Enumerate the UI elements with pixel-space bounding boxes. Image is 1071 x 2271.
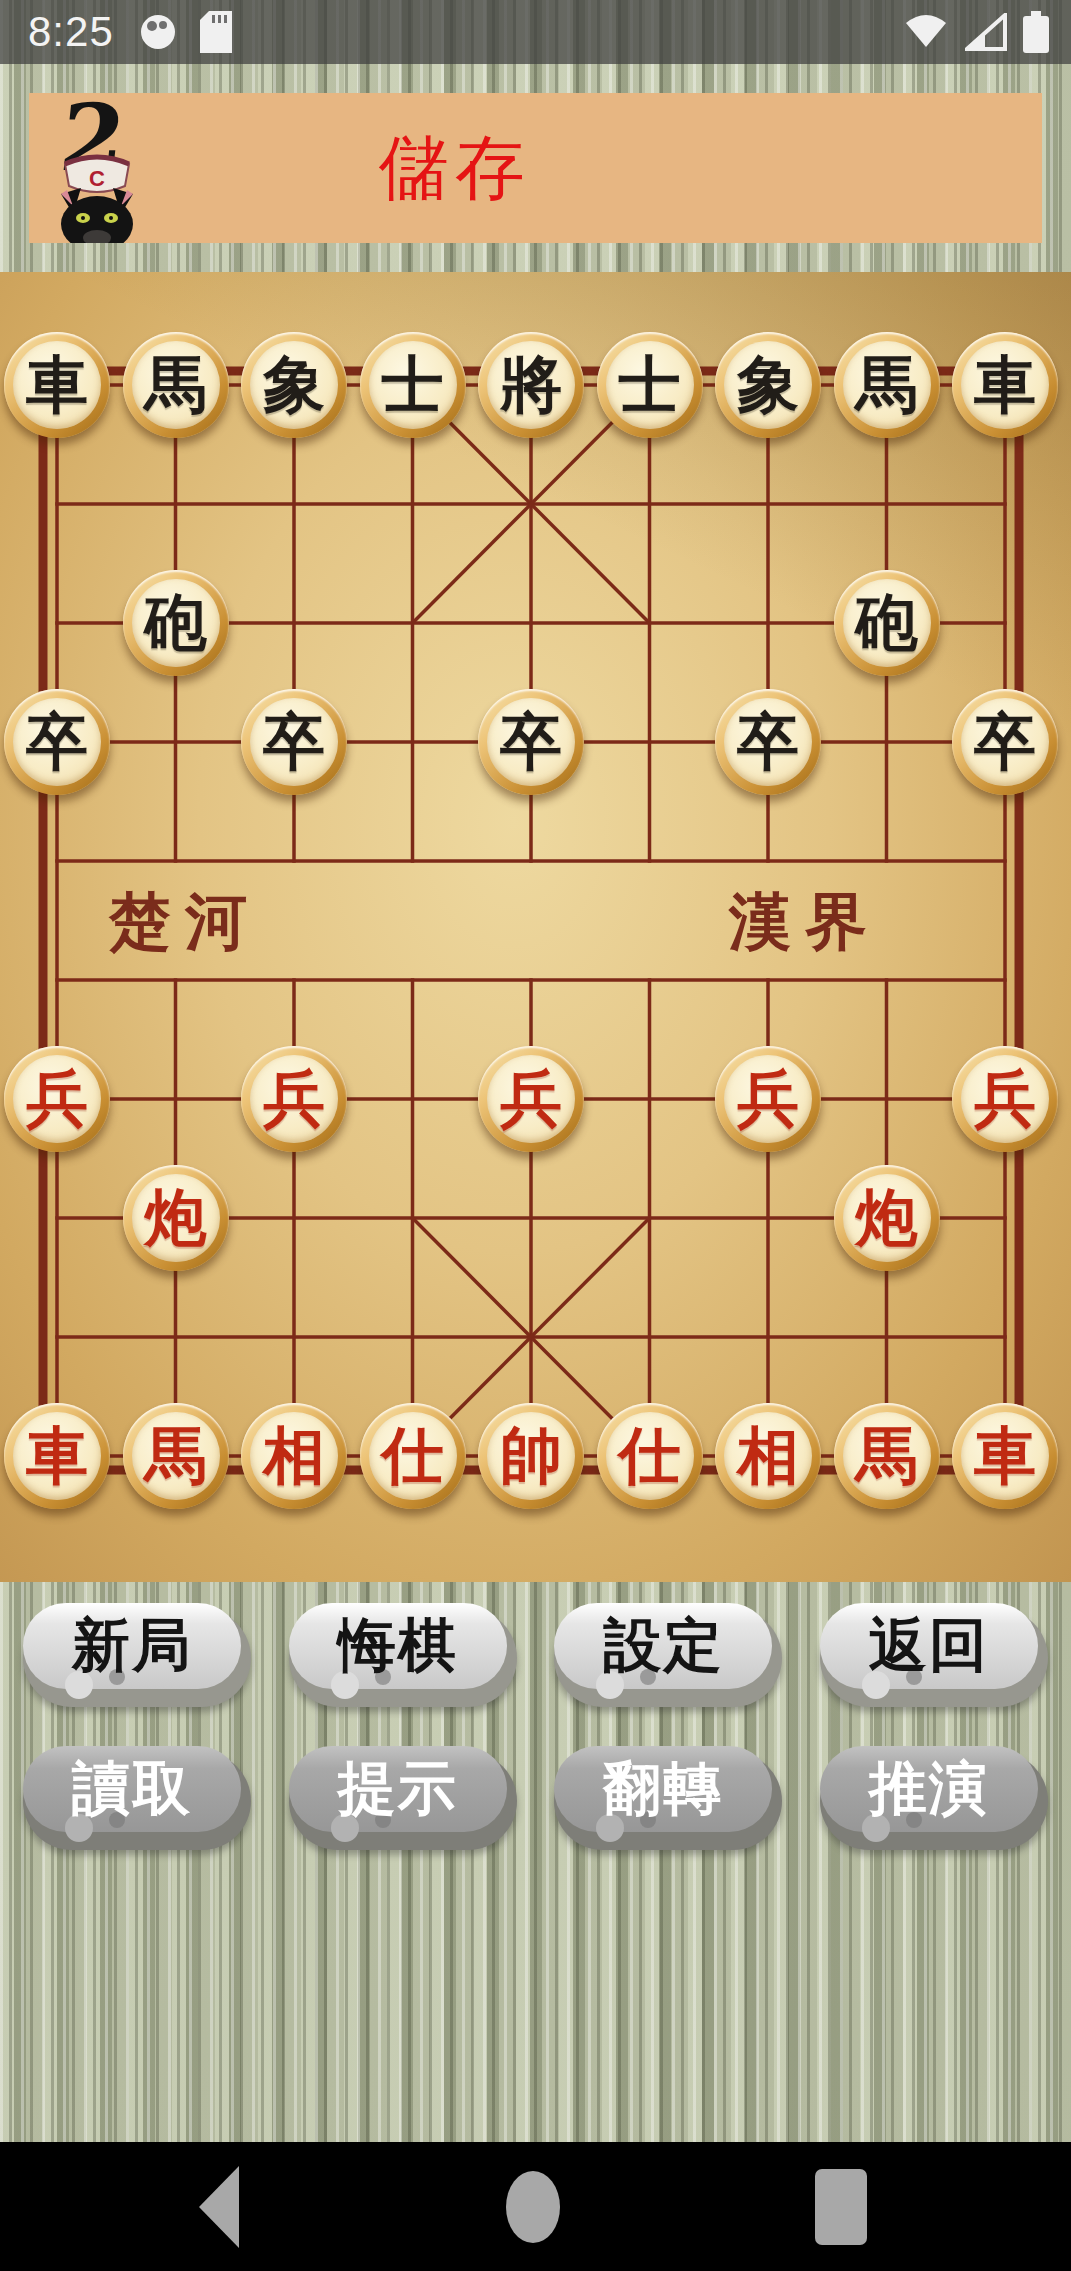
piece-glyph: 車 (974, 1425, 1036, 1487)
piece-red-soldier[interactable]: 兵 (478, 1046, 584, 1152)
piece-black-advisor[interactable]: 士 (360, 332, 466, 438)
piece-black-horse[interactable]: 馬 (123, 332, 229, 438)
piece-glyph: 象 (737, 354, 799, 416)
piece-red-horse[interactable]: 馬 (123, 1403, 229, 1509)
piece-red-advisor[interactable]: 仕 (597, 1403, 703, 1509)
piece-glyph: 卒 (500, 711, 562, 773)
battery-icon (1023, 11, 1049, 53)
piece-glyph: 卒 (974, 711, 1036, 773)
banner: 2 C 儲存 (29, 93, 1042, 243)
piece-red-chariot[interactable]: 車 (4, 1403, 110, 1509)
piece-glyph: 仕 (382, 1425, 444, 1487)
return-button[interactable]: 返回 (820, 1603, 1048, 1699)
piece-glyph: 馬 (145, 354, 207, 416)
piece-black-general[interactable]: 將 (478, 332, 584, 438)
cat-logo-icon: 2 C (47, 98, 147, 243)
home-icon (503, 2169, 563, 2245)
hint-label: 提示 (289, 1754, 507, 1824)
piece-glyph: 炮 (145, 1187, 207, 1249)
banner-title: 儲存 (379, 131, 699, 205)
piece-glyph: 仕 (619, 1425, 681, 1487)
piece-glyph: 象 (263, 354, 325, 416)
piece-red-cannon[interactable]: 炮 (834, 1165, 940, 1271)
piece-glyph: 兵 (500, 1068, 562, 1130)
piece-glyph: 砲 (856, 592, 918, 654)
load-game-button[interactable]: 讀取 (23, 1746, 251, 1842)
undo-move-button[interactable]: 悔棋 (289, 1603, 517, 1699)
piece-glyph: 車 (26, 354, 88, 416)
piece-glyph: 兵 (974, 1068, 1036, 1130)
piece-glyph: 馬 (856, 354, 918, 416)
piece-red-elephant[interactable]: 相 (241, 1403, 347, 1509)
load-game-label: 讀取 (23, 1754, 241, 1824)
piece-red-soldier[interactable]: 兵 (4, 1046, 110, 1152)
settings-button[interactable]: 設定 (554, 1603, 782, 1699)
piece-glyph: 卒 (26, 711, 88, 773)
piece-black-soldier[interactable]: 卒 (715, 689, 821, 795)
back-icon (197, 2164, 241, 2250)
river-label-left: 楚河 (85, 874, 285, 970)
piece-glyph: 將 (500, 354, 562, 416)
river-label-right: 漢界 (705, 874, 905, 970)
piece-glyph: 相 (263, 1425, 325, 1487)
piece-black-chariot[interactable]: 車 (952, 332, 1058, 438)
piece-black-cannon[interactable]: 砲 (834, 570, 940, 676)
android-nav-bar (0, 2142, 1071, 2271)
clock: 8:25 (28, 8, 114, 56)
status-bar: 8:25 (0, 0, 1071, 64)
xiangqi-board[interactable]: 楚河 漢界 車馬象士將士象馬車砲砲卒卒卒卒卒兵兵兵兵兵炮炮車馬相仕帥仕相馬車 (0, 272, 1071, 1582)
piece-glyph: 相 (737, 1425, 799, 1487)
wifi-icon (903, 13, 949, 51)
piece-red-soldier[interactable]: 兵 (241, 1046, 347, 1152)
piece-glyph: 車 (974, 354, 1036, 416)
piece-glyph: 炮 (856, 1187, 918, 1249)
analyze-button[interactable]: 推演 (820, 1746, 1048, 1842)
piece-red-chariot[interactable]: 車 (952, 1403, 1058, 1509)
return-label: 返回 (820, 1611, 1038, 1681)
svg-text:C: C (89, 166, 105, 191)
piece-glyph: 兵 (26, 1068, 88, 1130)
settings-label: 設定 (554, 1611, 772, 1681)
piece-red-soldier[interactable]: 兵 (952, 1046, 1058, 1152)
piece-glyph: 兵 (263, 1068, 325, 1130)
sd-card-icon (200, 11, 232, 53)
piece-glyph: 馬 (145, 1425, 207, 1487)
hint-button[interactable]: 提示 (289, 1746, 517, 1842)
piece-glyph: 卒 (263, 711, 325, 773)
flip-board-label: 翻轉 (554, 1754, 772, 1824)
piece-glyph: 馬 (856, 1425, 918, 1487)
notification-circle-icon (138, 12, 178, 52)
piece-black-soldier[interactable]: 卒 (4, 689, 110, 795)
piece-red-advisor[interactable]: 仕 (360, 1403, 466, 1509)
nav-home-button[interactable] (473, 2142, 593, 2271)
piece-glyph: 士 (619, 354, 681, 416)
piece-glyph: 砲 (145, 592, 207, 654)
piece-black-elephant[interactable]: 象 (715, 332, 821, 438)
piece-glyph: 帥 (500, 1425, 562, 1487)
piece-red-cannon[interactable]: 炮 (123, 1165, 229, 1271)
analyze-label: 推演 (820, 1754, 1038, 1824)
cell-signal-icon (965, 13, 1007, 51)
piece-black-horse[interactable]: 馬 (834, 332, 940, 438)
undo-move-label: 悔棋 (289, 1611, 507, 1681)
piece-black-soldier[interactable]: 卒 (478, 689, 584, 795)
nav-recents-button[interactable] (781, 2142, 901, 2271)
flip-board-button[interactable]: 翻轉 (554, 1746, 782, 1842)
control-panel: 新局 悔棋 設定 返回 讀取 提示 (23, 1603, 1048, 1889)
piece-glyph: 兵 (737, 1068, 799, 1130)
piece-red-elephant[interactable]: 相 (715, 1403, 821, 1509)
piece-red-soldier[interactable]: 兵 (715, 1046, 821, 1152)
piece-glyph: 士 (382, 354, 444, 416)
piece-black-chariot[interactable]: 車 (4, 332, 110, 438)
piece-black-cannon[interactable]: 砲 (123, 570, 229, 676)
piece-red-horse[interactable]: 馬 (834, 1403, 940, 1509)
new-game-button[interactable]: 新局 (23, 1603, 251, 1699)
piece-glyph: 車 (26, 1425, 88, 1487)
piece-red-general[interactable]: 帥 (478, 1403, 584, 1509)
nav-back-button[interactable] (159, 2142, 279, 2271)
recents-icon (814, 2168, 868, 2246)
piece-black-elephant[interactable]: 象 (241, 332, 347, 438)
new-game-label: 新局 (23, 1611, 241, 1681)
piece-black-advisor[interactable]: 士 (597, 332, 703, 438)
piece-glyph: 卒 (737, 711, 799, 773)
piece-black-soldier[interactable]: 卒 (241, 689, 347, 795)
piece-black-soldier[interactable]: 卒 (952, 689, 1058, 795)
